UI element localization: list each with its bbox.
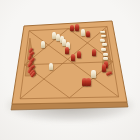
red-peg[interactable] <box>65 47 69 54</box>
white-peg[interactable] <box>81 29 85 36</box>
white-peg[interactable] <box>91 70 96 78</box>
red-peg[interactable] <box>92 49 96 56</box>
red-peg[interactable] <box>86 31 90 38</box>
red-peg[interactable] <box>77 51 81 58</box>
game-photo-scene <box>0 0 140 140</box>
white-peg-lying[interactable] <box>101 48 106 51</box>
red-peg[interactable] <box>71 54 75 61</box>
white-peg-lying[interactable] <box>103 52 109 55</box>
white-peg-lying[interactable] <box>103 57 109 60</box>
white-peg[interactable] <box>41 41 45 48</box>
red-peg[interactable] <box>102 64 106 72</box>
white-peg-lying[interactable] <box>100 39 105 42</box>
red-peg[interactable] <box>70 25 74 31</box>
white-peg[interactable] <box>49 63 53 71</box>
white-peg-lying[interactable] <box>102 43 107 46</box>
board-svg <box>0 0 140 140</box>
red-peg[interactable] <box>75 24 79 30</box>
red-peg[interactable] <box>86 78 91 86</box>
